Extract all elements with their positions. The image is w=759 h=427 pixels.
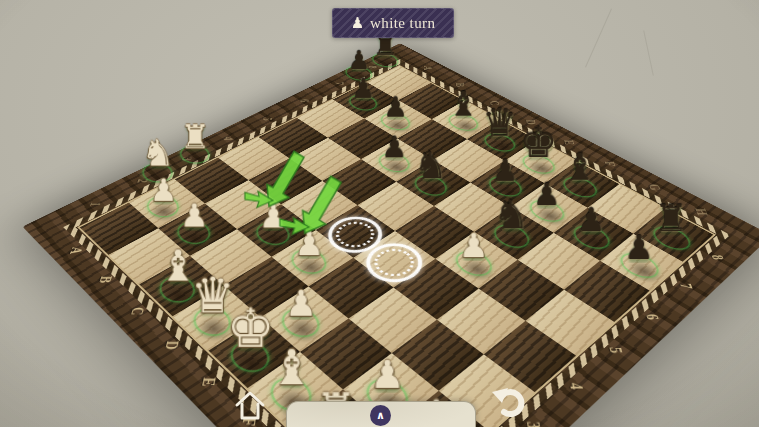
board-scene: AABBCCDDEEFFGGHH1122334455667788♝♛♚♝♜♟♟♟…	[0, 0, 759, 427]
bottom-menu-panel[interactable]: ∧	[286, 401, 476, 427]
home-icon	[237, 393, 263, 418]
rank-label-right-6: 6	[642, 314, 662, 320]
white-pawn-icon: ♟	[351, 16, 364, 31]
file-label-top-A: A	[421, 66, 434, 70]
undo-icon	[492, 388, 521, 414]
chevron-up-button[interactable]: ∧	[370, 405, 391, 426]
chevron-up-icon: ∧	[376, 409, 385, 422]
turn-banner-label: white turn	[370, 15, 435, 32]
piece-black-pawn-h7[interactable]: ♟	[610, 194, 668, 263]
piece-black-knight-d6[interactable]: ♞	[404, 122, 457, 184]
file-label-bottom-A: A	[66, 247, 85, 254]
piece-white-pawn-f5[interactable]: ♟	[445, 193, 503, 262]
chess-board-frame: AABBCCDDEEFFGGHH1122334455667788♝♛♚♝♜♟♟♟…	[22, 43, 759, 427]
rank-label-right-3: 3	[522, 422, 543, 427]
file-label-bottom-D: D	[160, 341, 181, 350]
rank-label-left-5: 5	[260, 117, 274, 120]
chess-app-screen: { "game": "chess", "app_name": "3D woode…	[0, 0, 759, 427]
rank-label-right-8: 8	[707, 255, 726, 260]
rank-label-right-7: 7	[676, 283, 695, 288]
file-label-bottom-B: B	[95, 276, 115, 283]
rank-label-right-5: 5	[605, 347, 625, 353]
file-label-bottom-C: C	[126, 307, 146, 315]
rank-label-left-1: 1	[86, 202, 103, 206]
turn-banner: ♟ white turn	[332, 8, 454, 38]
rank-label-right-4: 4	[565, 383, 586, 390]
home-button[interactable]	[234, 389, 266, 423]
file-label-bottom-E: E	[197, 377, 218, 386]
undo-button[interactable]	[490, 384, 528, 422]
rank-label-left-4: 4	[220, 137, 235, 141]
rank-label-left-6: 6	[297, 99, 311, 102]
